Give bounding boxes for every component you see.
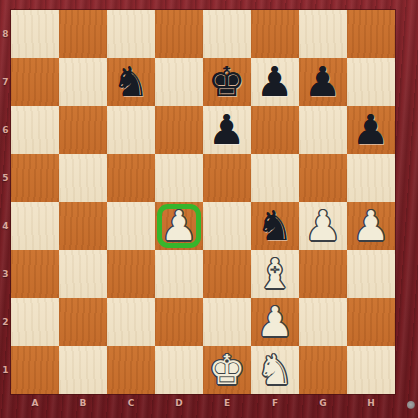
- rank-label-7: 7: [0, 77, 11, 87]
- square-c6[interactable]: [107, 106, 155, 154]
- square-h5[interactable]: [347, 154, 395, 202]
- file-label-h: H: [347, 398, 395, 408]
- square-d6[interactable]: [155, 106, 203, 154]
- square-d4[interactable]: ♟: [155, 202, 203, 250]
- square-b6[interactable]: [59, 106, 107, 154]
- square-b1[interactable]: [59, 346, 107, 394]
- square-a4[interactable]: [11, 202, 59, 250]
- square-f7[interactable]: ♟: [251, 58, 299, 106]
- square-d2[interactable]: [155, 298, 203, 346]
- square-f6[interactable]: [251, 106, 299, 154]
- square-d3[interactable]: [155, 250, 203, 298]
- square-f8[interactable]: [251, 10, 299, 58]
- square-e8[interactable]: [203, 10, 251, 58]
- square-e7[interactable]: ♚: [203, 58, 251, 106]
- piece-white-bishop-f3[interactable]: ♝: [251, 250, 299, 298]
- square-e4[interactable]: [203, 202, 251, 250]
- file-label-b: B: [59, 398, 107, 408]
- resize-handle-dot: [407, 401, 415, 409]
- file-label-d: D: [155, 398, 203, 408]
- piece-black-knight-c7[interactable]: ♞: [107, 58, 155, 106]
- piece-black-king-e7[interactable]: ♚: [203, 58, 251, 106]
- square-f3[interactable]: ♝: [251, 250, 299, 298]
- square-e5[interactable]: [203, 154, 251, 202]
- chessboard-frame: ♞♚♟♟♟♟♟♞♟♟♝♟♚♞ 87654321 ABCDEFGH: [0, 0, 418, 418]
- square-a6[interactable]: [11, 106, 59, 154]
- square-h1[interactable]: [347, 346, 395, 394]
- square-b7[interactable]: [59, 58, 107, 106]
- file-label-c: C: [107, 398, 155, 408]
- square-c4[interactable]: [107, 202, 155, 250]
- square-c3[interactable]: [107, 250, 155, 298]
- square-e3[interactable]: [203, 250, 251, 298]
- square-f2[interactable]: ♟: [251, 298, 299, 346]
- piece-black-pawn-h6[interactable]: ♟: [347, 106, 395, 154]
- piece-black-knight-f4[interactable]: ♞: [251, 202, 299, 250]
- file-label-g: G: [299, 398, 347, 408]
- square-f5[interactable]: [251, 154, 299, 202]
- square-g3[interactable]: [299, 250, 347, 298]
- chessboard: ♞♚♟♟♟♟♟♞♟♟♝♟♚♞: [11, 10, 395, 394]
- square-f1[interactable]: ♞: [251, 346, 299, 394]
- square-h8[interactable]: [347, 10, 395, 58]
- square-d5[interactable]: [155, 154, 203, 202]
- piece-white-pawn-h4[interactable]: ♟: [347, 202, 395, 250]
- square-g2[interactable]: [299, 298, 347, 346]
- file-label-e: E: [203, 398, 251, 408]
- square-h4[interactable]: ♟: [347, 202, 395, 250]
- square-c5[interactable]: [107, 154, 155, 202]
- square-e6[interactable]: ♟: [203, 106, 251, 154]
- square-f4[interactable]: ♞: [251, 202, 299, 250]
- rank-label-8: 8: [0, 29, 11, 39]
- square-h3[interactable]: [347, 250, 395, 298]
- square-c2[interactable]: [107, 298, 155, 346]
- square-a7[interactable]: [11, 58, 59, 106]
- square-h2[interactable]: [347, 298, 395, 346]
- piece-white-pawn-g4[interactable]: ♟: [299, 202, 347, 250]
- piece-white-knight-f1[interactable]: ♞: [251, 346, 299, 394]
- piece-black-pawn-e6[interactable]: ♟: [203, 106, 251, 154]
- square-g5[interactable]: [299, 154, 347, 202]
- piece-white-king-e1[interactable]: ♚: [203, 346, 251, 394]
- square-a3[interactable]: [11, 250, 59, 298]
- square-c1[interactable]: [107, 346, 155, 394]
- square-a1[interactable]: [11, 346, 59, 394]
- piece-white-pawn-d4[interactable]: ♟: [155, 202, 203, 250]
- square-a5[interactable]: [11, 154, 59, 202]
- square-c8[interactable]: [107, 10, 155, 58]
- rank-label-4: 4: [0, 221, 11, 231]
- square-g4[interactable]: ♟: [299, 202, 347, 250]
- square-a2[interactable]: [11, 298, 59, 346]
- square-b3[interactable]: [59, 250, 107, 298]
- file-label-f: F: [251, 398, 299, 408]
- square-b5[interactable]: [59, 154, 107, 202]
- piece-black-pawn-f7[interactable]: ♟: [251, 58, 299, 106]
- file-label-a: A: [11, 398, 59, 408]
- piece-black-pawn-g7[interactable]: ♟: [299, 58, 347, 106]
- square-d8[interactable]: [155, 10, 203, 58]
- square-g7[interactable]: ♟: [299, 58, 347, 106]
- square-b8[interactable]: [59, 10, 107, 58]
- square-b2[interactable]: [59, 298, 107, 346]
- square-a8[interactable]: [11, 10, 59, 58]
- square-g8[interactable]: [299, 10, 347, 58]
- square-d7[interactable]: [155, 58, 203, 106]
- square-g1[interactable]: [299, 346, 347, 394]
- square-e1[interactable]: ♚: [203, 346, 251, 394]
- rank-label-1: 1: [0, 365, 11, 375]
- square-g6[interactable]: [299, 106, 347, 154]
- square-c7[interactable]: ♞: [107, 58, 155, 106]
- rank-label-2: 2: [0, 317, 11, 327]
- square-b4[interactable]: [59, 202, 107, 250]
- rank-label-3: 3: [0, 269, 11, 279]
- rank-label-5: 5: [0, 173, 11, 183]
- piece-white-pawn-f2[interactable]: ♟: [251, 298, 299, 346]
- square-h7[interactable]: [347, 58, 395, 106]
- square-e2[interactable]: [203, 298, 251, 346]
- square-d1[interactable]: [155, 346, 203, 394]
- square-h6[interactable]: ♟: [347, 106, 395, 154]
- rank-label-6: 6: [0, 125, 11, 135]
